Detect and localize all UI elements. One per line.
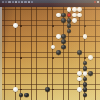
white-stone	[83, 34, 88, 39]
white-stone	[83, 71, 88, 76]
black-stone	[61, 39, 66, 44]
indistinct-toolbar-icon[interactable]	[24, 1, 26, 3]
white-stone	[72, 7, 77, 12]
last-move-red-square-marker	[67, 14, 70, 17]
go-board[interactable]	[2, 7, 100, 100]
indistinct-toolbar-icon[interactable]	[28, 1, 30, 3]
indistinct-toolbar-icon[interactable]	[31, 1, 33, 3]
white-stone	[56, 34, 61, 39]
black-stone	[61, 13, 66, 18]
star-point	[52, 57, 54, 59]
white-stone	[13, 87, 18, 92]
indistinct-toolbar-icon[interactable]	[15, 1, 17, 3]
white-stone	[88, 55, 93, 60]
star-point	[20, 57, 22, 59]
black-stone	[67, 13, 72, 18]
black-stone	[77, 50, 82, 55]
black-stone	[67, 18, 72, 23]
black-stone	[83, 61, 88, 66]
toolbar[interactable]	[0, 0, 100, 7]
white-stone	[72, 18, 77, 23]
black-stone	[88, 71, 93, 76]
white-stone	[77, 7, 82, 12]
black-stone	[83, 87, 88, 92]
black-stone	[67, 29, 72, 34]
go-app-window	[0, 0, 100, 100]
star-point	[20, 89, 22, 91]
black-stone	[56, 50, 61, 55]
black-stone	[24, 93, 29, 98]
white-stone	[72, 13, 77, 18]
white-stone	[67, 7, 72, 12]
star-point	[84, 57, 86, 59]
window-left-edge	[0, 0, 2, 100]
white-stone	[13, 23, 18, 28]
white-stone	[77, 87, 82, 92]
indistinct-toolbar-icon[interactable]	[8, 1, 10, 3]
indistinct-toolbar-icon[interactable]	[12, 1, 14, 3]
black-stone	[19, 93, 24, 98]
black-stone	[61, 45, 66, 50]
white-stone	[77, 71, 82, 76]
black-stone	[83, 77, 88, 82]
star-point	[20, 25, 22, 27]
window-button[interactable]	[94, 1, 96, 3]
window-button[interactable]	[97, 1, 99, 3]
black-stone	[67, 23, 72, 28]
indistinct-toolbar-icon[interactable]	[18, 1, 20, 3]
white-stone	[56, 13, 61, 18]
indistinct-toolbar-icon[interactable]	[5, 1, 7, 3]
white-stone	[77, 77, 82, 82]
white-stone	[77, 13, 82, 18]
star-point	[52, 25, 54, 27]
black-stone	[61, 34, 66, 39]
black-stone	[83, 93, 88, 98]
black-stone	[45, 87, 50, 92]
black-stone	[83, 66, 88, 71]
black-stone	[61, 18, 66, 23]
black-stone	[83, 82, 88, 87]
star-point	[52, 89, 54, 91]
white-stone	[51, 45, 56, 50]
indistinct-toolbar-icon[interactable]	[21, 1, 23, 3]
star-point	[84, 25, 86, 27]
indistinct-toolbar-icon[interactable]	[2, 1, 4, 3]
